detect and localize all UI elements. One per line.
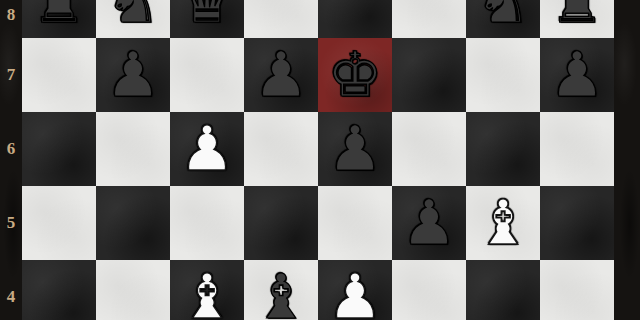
square-e4[interactable]: ♟ [318, 260, 392, 320]
white-pawn-e4[interactable]: ♟ [318, 260, 392, 320]
square-h4[interactable] [540, 260, 614, 320]
black-bishop-d4[interactable]: ♝ [244, 260, 318, 320]
square-f4[interactable] [392, 260, 466, 320]
chess-board-viewport: ♜♞♛♞♜♟♟♚♟♟♟♟♝♝♝♟ 87654 [0, 0, 640, 320]
square-a5[interactable] [22, 186, 96, 260]
square-h7[interactable]: ♟ [540, 38, 614, 112]
square-g5[interactable]: ♝ [466, 186, 540, 260]
square-b6[interactable] [96, 112, 170, 186]
square-f6[interactable] [392, 112, 466, 186]
square-g7[interactable] [466, 38, 540, 112]
chess-board: ♜♞♛♞♜♟♟♚♟♟♟♟♝♝♝♟ [22, 0, 614, 320]
black-knight-b8[interactable]: ♞ [96, 0, 170, 38]
black-knight-g8[interactable]: ♞ [466, 0, 540, 38]
square-a4[interactable] [22, 260, 96, 320]
square-f5[interactable]: ♟ [392, 186, 466, 260]
square-h6[interactable] [540, 112, 614, 186]
black-king-e7[interactable]: ♚ [318, 38, 392, 112]
square-g4[interactable] [466, 260, 540, 320]
square-d5[interactable] [244, 186, 318, 260]
black-pawn-e6[interactable]: ♟ [318, 112, 392, 186]
square-c8[interactable]: ♛ [170, 0, 244, 38]
black-pawn-b7[interactable]: ♟ [96, 38, 170, 112]
square-f7[interactable] [392, 38, 466, 112]
black-rook-h8[interactable]: ♜ [540, 0, 614, 38]
black-pawn-f5[interactable]: ♟ [392, 186, 466, 260]
square-a6[interactable] [22, 112, 96, 186]
square-f8[interactable] [392, 0, 466, 38]
square-e6[interactable]: ♟ [318, 112, 392, 186]
square-e5[interactable] [318, 186, 392, 260]
black-pawn-h7[interactable]: ♟ [540, 38, 614, 112]
square-b7[interactable]: ♟ [96, 38, 170, 112]
square-c6[interactable]: ♟ [170, 112, 244, 186]
rank-label-4: 4 [0, 287, 22, 307]
square-a8[interactable]: ♜ [22, 0, 96, 38]
square-c7[interactable] [170, 38, 244, 112]
rank-label-6: 6 [0, 139, 22, 159]
rank-label-8: 8 [0, 5, 22, 25]
black-pawn-d7[interactable]: ♟ [244, 38, 318, 112]
black-queen-c8[interactable]: ♛ [170, 0, 244, 38]
board-frame-left [0, 0, 22, 320]
square-d7[interactable]: ♟ [244, 38, 318, 112]
white-bishop-c4[interactable]: ♝ [170, 260, 244, 320]
square-c5[interactable] [170, 186, 244, 260]
white-bishop-g5[interactable]: ♝ [466, 186, 540, 260]
square-b4[interactable] [96, 260, 170, 320]
square-c4[interactable]: ♝ [170, 260, 244, 320]
board-frame-right [614, 0, 640, 320]
square-d6[interactable] [244, 112, 318, 186]
square-d8[interactable] [244, 0, 318, 38]
white-pawn-c6[interactable]: ♟ [170, 112, 244, 186]
square-e7[interactable]: ♚ [318, 38, 392, 112]
square-d4[interactable]: ♝ [244, 260, 318, 320]
square-h5[interactable] [540, 186, 614, 260]
rank-label-7: 7 [0, 65, 22, 85]
square-g6[interactable] [466, 112, 540, 186]
square-b5[interactable] [96, 186, 170, 260]
square-g8[interactable]: ♞ [466, 0, 540, 38]
square-b8[interactable]: ♞ [96, 0, 170, 38]
rank-label-5: 5 [0, 213, 22, 233]
square-a7[interactable] [22, 38, 96, 112]
black-rook-a8[interactable]: ♜ [22, 0, 96, 38]
square-h8[interactable]: ♜ [540, 0, 614, 38]
square-e8[interactable] [318, 0, 392, 38]
